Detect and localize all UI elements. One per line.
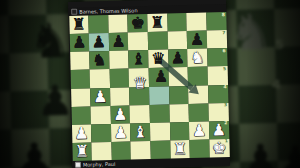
piece-black-r-a8[interactable]: ♜ <box>69 15 89 34</box>
square-b8[interactable] <box>88 15 108 34</box>
background-rank-number-5: 5 <box>275 37 284 52</box>
background-piece-silhouette: ♟ <box>36 80 75 123</box>
piece-white-k-h1[interactable]: ♚ <box>209 139 229 158</box>
piece-white-p-h2[interactable]: ♟ <box>209 121 229 140</box>
square-c6[interactable] <box>109 51 129 70</box>
square-g3[interactable] <box>189 103 209 122</box>
piece-black-p-a7[interactable]: ♟ <box>69 34 89 53</box>
background-piece-silhouette: ♟ <box>13 136 55 168</box>
piece-white-p-c3[interactable]: ♟ <box>110 105 130 124</box>
square-b1[interactable] <box>92 142 112 161</box>
rank-label-5: 5 <box>223 67 226 72</box>
square-a3[interactable] <box>71 106 91 125</box>
top-player-name: Barnes, Thomas Wilson <box>79 8 137 14</box>
square-e1[interactable] <box>150 140 170 159</box>
piece-black-p-g7[interactable]: ♟ <box>187 31 207 50</box>
background-piece-silhouette: ♟ <box>275 140 300 168</box>
square-d3[interactable] <box>130 105 150 124</box>
square-c8[interactable] <box>108 15 128 34</box>
square-e2[interactable] <box>150 122 170 141</box>
square-g1[interactable] <box>190 139 210 158</box>
square-b3[interactable] <box>91 106 111 125</box>
square-d7[interactable] <box>128 32 148 51</box>
rank-label-7: 7 <box>222 31 225 36</box>
square-f5[interactable] <box>168 67 188 86</box>
piece-black-p-b7[interactable]: ♟ <box>89 33 109 52</box>
piece-black-q-e6[interactable]: ♛ <box>148 50 168 69</box>
rank-label-8: 8 <box>222 13 225 18</box>
square-g8[interactable] <box>187 13 207 32</box>
square-f3[interactable] <box>169 104 189 123</box>
piece-white-n-g6[interactable]: ♞ <box>187 49 207 68</box>
screenshot-frame: ♞♟♟♞♟♟54 Barnes, Thomas Wilson 87654321♜… <box>0 0 300 168</box>
video-strip: Barnes, Thomas Wilson 87654321♜♚♜♟♟♟♟♞♝♛… <box>68 0 230 168</box>
rank-label-3: 3 <box>224 103 227 108</box>
square-g4[interactable] <box>188 85 208 104</box>
square-a4[interactable] <box>71 88 91 107</box>
piece-black-p-c7[interactable]: ♟ <box>108 33 128 52</box>
square-c1[interactable] <box>111 141 131 160</box>
background-rank-number-4: 4 <box>272 77 281 92</box>
board[interactable]: 87654321♜♚♜♟♟♟♟♞♝♛♟♞♟♛♟♟♟♟♝♟♟♜♜♚ <box>69 12 229 161</box>
rank-label-6: 6 <box>223 49 226 54</box>
square-g5[interactable] <box>188 67 208 86</box>
square-e7[interactable] <box>148 32 168 51</box>
bottom-player-name: Morphy, Paul <box>83 161 115 167</box>
square-d1[interactable] <box>131 141 151 160</box>
background-piece-silhouette: ♟ <box>241 139 280 168</box>
white-player-color-icon <box>75 162 81 168</box>
piece-white-r-f1[interactable]: ♜ <box>170 140 190 159</box>
piece-black-k-d8[interactable]: ♚ <box>128 14 148 33</box>
square-c4[interactable] <box>110 87 130 106</box>
square-b2[interactable] <box>91 124 111 143</box>
square-f7[interactable] <box>167 31 187 50</box>
piece-white-p-g2[interactable]: ♟ <box>189 121 209 140</box>
square-f2[interactable] <box>170 122 190 141</box>
square-f4[interactable] <box>169 86 189 105</box>
square-a5[interactable] <box>70 70 90 89</box>
square-e3[interactable] <box>150 104 170 123</box>
background-piece-silhouette: ♞ <box>28 16 72 65</box>
piece-white-r-a1[interactable]: ♜ <box>72 142 92 161</box>
piece-white-q-d5[interactable]: ♛ <box>130 74 150 93</box>
piece-black-p-e5[interactable]: ♟ <box>151 68 171 87</box>
background-piece-silhouette: ♞ <box>228 7 274 58</box>
rank-label-4: 4 <box>223 85 226 90</box>
piece-black-p-f6[interactable]: ♟ <box>168 49 188 68</box>
piece-white-p-c2[interactable]: ♟ <box>111 123 131 142</box>
square-a6[interactable] <box>70 52 90 71</box>
square-b5[interactable] <box>90 69 110 88</box>
square-f8[interactable] <box>167 13 187 32</box>
square-c5[interactable] <box>109 69 129 88</box>
piece-white-b-d2[interactable]: ♝ <box>130 123 150 142</box>
piece-white-p-b4[interactable]: ♟ <box>90 87 110 106</box>
piece-white-p-a2[interactable]: ♟ <box>71 124 91 143</box>
piece-black-r-e8[interactable]: ♜ <box>147 14 167 33</box>
square-e4[interactable] <box>149 86 169 105</box>
piece-black-b-d6[interactable]: ♝ <box>129 50 149 69</box>
piece-black-n-b6[interactable]: ♞ <box>89 51 109 70</box>
